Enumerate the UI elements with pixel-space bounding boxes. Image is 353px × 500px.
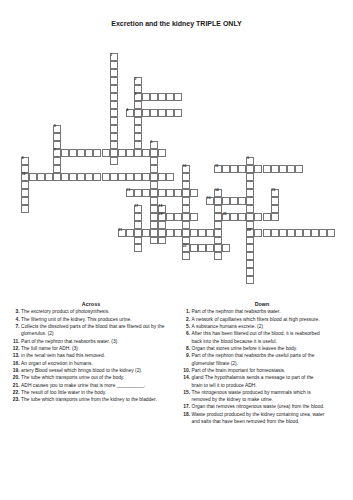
grid-cell[interactable] (166, 189, 174, 197)
grid-cell[interactable] (150, 181, 158, 189)
clue-text: The filtering unit of the kidney. This p… (21, 316, 167, 323)
clue-item: 20.The tube which transports urine out o… (6, 374, 176, 381)
clue-number: 4. (6, 316, 20, 323)
grid-cell[interactable] (206, 244, 214, 252)
grid-cell[interactable] (77, 173, 85, 181)
clue-number: 5. (178, 323, 190, 330)
clue-item: 15.The nitrogenous waste produced by mam… (178, 389, 346, 404)
grid-cell[interactable] (214, 213, 222, 221)
grid-cell[interactable] (174, 93, 182, 101)
grid-cell[interactable] (110, 85, 118, 93)
clue-number: 13. (6, 352, 20, 359)
clue-number: 16. (6, 360, 20, 367)
grid-cell[interactable] (230, 213, 238, 221)
grid-cell[interactable] (21, 189, 29, 197)
grid-cell[interactable] (198, 229, 206, 237)
grid-cell[interactable] (279, 229, 287, 237)
clue-number: 9. (178, 352, 190, 367)
clue-text: A substance humans excrete. (2) (192, 323, 326, 330)
grid-cell[interactable] (142, 149, 150, 157)
grid-cell[interactable] (110, 61, 118, 69)
grid-cell[interactable] (93, 173, 101, 181)
grid-cell[interactable] (134, 125, 142, 133)
clue-number: 6. (178, 330, 190, 345)
grid-cell[interactable] (142, 109, 150, 117)
grid-cell[interactable] (134, 189, 142, 197)
grid-cell[interactable] (214, 252, 222, 260)
grid-cell[interactable] (77, 149, 85, 157)
grid-cell[interactable] (246, 268, 254, 276)
grid-cell[interactable] (134, 117, 142, 125)
grid-cell[interactable] (126, 229, 134, 237)
grid-cell[interactable] (271, 229, 279, 237)
grid-cell[interactable] (263, 229, 271, 237)
grid-cell[interactable] (150, 229, 158, 237)
grid-cell[interactable] (263, 165, 271, 173)
grid-cell[interactable] (110, 117, 118, 125)
grid-cell[interactable] (150, 213, 158, 221)
grid-cell[interactable] (271, 205, 279, 213)
grid-cell[interactable] (150, 197, 158, 205)
clue-item: 22.The result of too little water in the… (6, 389, 176, 396)
clue-number: 12. (6, 345, 20, 352)
grid-cell[interactable] (142, 173, 150, 181)
grid-cell[interactable] (110, 173, 118, 181)
clue-number-label: 20 (223, 213, 227, 217)
clue-item: 1.Part of the nephron that reabsorbs wat… (178, 308, 346, 315)
grid-cell[interactable] (110, 77, 118, 85)
grid-cell[interactable] (327, 229, 335, 237)
grid-cell[interactable] (134, 213, 142, 221)
clue-item: 7.Collects the dissolved parts of the bl… (6, 323, 176, 338)
grid-cell[interactable] (150, 109, 158, 117)
grid-cell[interactable] (110, 101, 118, 109)
grid-cell[interactable] (29, 173, 37, 181)
grid-cell[interactable] (287, 165, 295, 173)
clue-text: The excretory product of photosynthesis. (21, 308, 167, 315)
clue-number: 7. (6, 323, 20, 338)
grid-cell[interactable] (166, 93, 174, 101)
clue-number-label: 6 (151, 141, 153, 145)
grid-cell[interactable] (158, 221, 166, 229)
grid-cell[interactable] (246, 213, 254, 221)
grid-cell[interactable] (53, 165, 61, 173)
clue-number: 14. (178, 374, 190, 389)
grid-cell[interactable] (134, 149, 142, 157)
grid-cell[interactable] (134, 109, 142, 117)
grid-cell[interactable] (182, 221, 190, 229)
clue-text: Organ that removes nitrogenous waste (ur… (192, 403, 326, 410)
clue-item: 3.The excretory product of photosynthesi… (6, 308, 176, 315)
grid-cell[interactable] (134, 244, 142, 252)
grid-cell[interactable] (142, 93, 150, 101)
grid-cell[interactable] (174, 213, 182, 221)
grid-cell[interactable] (118, 173, 126, 181)
clue-text: Part of the nephron that reabsorbs water… (192, 308, 326, 315)
grid-cell[interactable] (69, 149, 77, 157)
grid-cell[interactable] (110, 125, 118, 133)
grid-cell[interactable] (126, 173, 134, 181)
clue-item: 23.The tube which transports urine from … (6, 396, 176, 403)
clue-number-label: 14 (215, 189, 219, 193)
grid-cell[interactable] (263, 213, 271, 221)
clue-number: 20. (6, 374, 20, 381)
clue-item: 9.Part of the nephron that reabsorbs the… (178, 352, 346, 367)
grid-cell[interactable] (214, 197, 222, 205)
clue-number: 18. (178, 411, 190, 426)
grid-cell[interactable] (238, 197, 246, 205)
clue-text: Organ that stores urine before it leaves… (192, 345, 326, 352)
clue-text: The tube which transports urine out of t… (21, 374, 167, 381)
clue-text: Part of the nephron that reabsorbs water… (21, 338, 167, 345)
clue-text: Collects the dissolved parts of the bloo… (21, 323, 167, 338)
grid-cell[interactable] (214, 221, 222, 229)
clue-number: 19. (6, 367, 20, 374)
grid-cell[interactable] (85, 173, 93, 181)
grid-cell[interactable] (110, 109, 118, 117)
clue-number: 8. (178, 345, 190, 352)
clue-item: 13.in the renal vein has had this remove… (6, 352, 176, 359)
clue-number: 22. (6, 389, 20, 396)
clue-number-label: 8 (22, 157, 24, 161)
clue-item: 16.An organ of excretion in humans. (6, 360, 176, 367)
grid-cell[interactable] (206, 229, 214, 237)
grid-cell[interactable] (238, 213, 246, 221)
grid-cell[interactable] (110, 93, 118, 101)
clue-text: An organ of excretion in humans. (21, 360, 167, 367)
clue-number: 2. (178, 316, 190, 323)
grid-cell[interactable] (174, 109, 182, 117)
grid-cell[interactable] (222, 244, 230, 252)
grid-cell[interactable] (158, 189, 166, 197)
grid-cell[interactable] (182, 213, 190, 221)
grid-cell[interactable] (182, 205, 190, 213)
grid-cell[interactable] (214, 205, 222, 213)
clue-text: artery Blood vessel which brings blood t… (21, 367, 167, 374)
grid-cell[interactable] (174, 189, 182, 197)
grid-cell[interactable] (158, 109, 166, 117)
clue-item: 18.Waste product produced by the kidney … (178, 411, 346, 426)
grid-cell[interactable] (134, 221, 142, 229)
clue-number: 3. (6, 308, 20, 315)
worksheet-page: Excretion and the kidney TRIPLE ONLY 123… (0, 0, 353, 500)
grid-cell[interactable] (182, 181, 190, 189)
grid-cell[interactable] (182, 197, 190, 205)
grid-cell[interactable] (271, 213, 279, 221)
grid-cell[interactable] (102, 149, 110, 157)
clue-text: A network of capillaries which filters b… (192, 316, 326, 323)
grid-cell[interactable] (142, 229, 150, 237)
clue-item: 10.Part of the brain important for homeo… (178, 367, 346, 374)
grid-cell[interactable] (214, 237, 222, 245)
grid-cell[interactable] (246, 237, 254, 245)
clue-item: 2.A network of capillaries which filters… (178, 316, 346, 323)
clue-item: 21.ADH causes you to make urine that is … (6, 382, 176, 389)
clue-number-label: 22 (247, 229, 251, 233)
grid-cell[interactable] (254, 229, 262, 237)
grid-cell[interactable] (246, 276, 254, 284)
grid-cell[interactable] (174, 229, 182, 237)
grid-cell[interactable] (238, 165, 246, 173)
grid-cell[interactable] (279, 165, 287, 173)
clue-number-label: 21 (118, 229, 122, 233)
across-clue-list: 3.The excretory product of photosynthesi… (6, 308, 176, 403)
grid-cell[interactable] (190, 229, 198, 237)
grid-cell[interactable] (190, 189, 198, 197)
grid-cell[interactable] (158, 237, 166, 245)
grid-cell[interactable] (287, 229, 295, 237)
clue-text: Waste product produced by the kidney con… (192, 411, 326, 426)
grid-cell[interactable] (21, 205, 29, 213)
grid-cell[interactable] (182, 252, 190, 260)
clue-number: 1. (178, 308, 190, 315)
grid-cell[interactable] (254, 165, 262, 173)
grid-cell[interactable] (134, 229, 142, 237)
grid-cell[interactable] (190, 213, 198, 221)
grid-cell[interactable] (150, 205, 158, 213)
clue-section: Across 3.The excretory product of photos… (0, 301, 353, 425)
across-clues-column: Across 3.The excretory product of photos… (6, 301, 176, 425)
down-header: Down (178, 301, 346, 308)
grid-cell[interactable] (222, 165, 230, 173)
clue-number: 10. (178, 367, 190, 374)
clue-number-label: 18 (159, 205, 163, 209)
grid-cell[interactable] (150, 237, 158, 245)
grid-cell[interactable] (37, 173, 45, 181)
clue-number-label: 13 (126, 189, 130, 193)
crossword-grid: 1234567891011121314151617181920212223 (0, 0, 353, 300)
clue-text: Part of the nephron that reabsorbs the u… (192, 352, 326, 367)
grid-cell[interactable] (295, 165, 303, 173)
grid-cell[interactable] (45, 173, 53, 181)
grid-cell[interactable] (271, 197, 279, 205)
grid-cell[interactable] (222, 197, 230, 205)
grid-cell[interactable] (53, 133, 61, 141)
clue-number-label: 3 (134, 93, 136, 97)
grid-cell[interactable] (21, 181, 29, 189)
clue-item: 5.A substance humans excrete. (2) (178, 323, 346, 330)
clue-text: The tube which transports urine from the… (21, 396, 167, 403)
grid-cell[interactable] (254, 213, 262, 221)
grid-cell[interactable] (53, 173, 61, 181)
clue-number-label: 19 (159, 213, 163, 217)
clue-item: 6.After this has been filtered out of th… (178, 330, 346, 345)
grid-cell[interactable] (158, 93, 166, 101)
grid-cell[interactable] (134, 101, 142, 109)
grid-cell[interactable] (142, 189, 150, 197)
clue-number-label: 5 (54, 125, 56, 129)
clue-number: 11. (6, 338, 20, 345)
grid-cell[interactable] (134, 133, 142, 141)
grid-cell[interactable] (311, 229, 319, 237)
grid-cell[interactable] (158, 173, 166, 181)
grid-cell[interactable] (246, 181, 254, 189)
grid-cell[interactable] (150, 221, 158, 229)
clue-number: 17. (178, 403, 190, 410)
grid-cell[interactable] (246, 205, 254, 213)
grid-cell[interactable] (150, 173, 158, 181)
clue-number: 23. (6, 396, 20, 403)
grid-cell[interactable] (158, 149, 166, 157)
clue-item: 11.Part of the nephron that reabsorbs wa… (6, 338, 176, 345)
clue-number-label: 2 (134, 78, 136, 82)
down-clue-list: 1.Part of the nephron that reabsorbs wat… (178, 308, 346, 425)
grid-cell[interactable] (110, 141, 118, 149)
grid-cell[interactable] (230, 197, 238, 205)
clue-number-label: 16 (207, 197, 211, 201)
clue-text: The result of too little water in the bo… (21, 389, 167, 396)
clue-number-label: 12 (22, 173, 26, 177)
clue-number-label: 7 (54, 149, 56, 153)
grid-cell[interactable] (319, 229, 327, 237)
grid-cell[interactable] (230, 165, 238, 173)
grid-cell[interactable] (182, 229, 190, 237)
grid-cell[interactable] (246, 244, 254, 252)
grid-cell[interactable] (134, 237, 142, 245)
grid-cell[interactable] (166, 229, 174, 237)
grid-cell[interactable] (134, 173, 142, 181)
grid-cell[interactable] (246, 165, 254, 173)
clue-number-label: 4 (126, 109, 128, 113)
grid-cell[interactable] (61, 173, 69, 181)
grid-cell[interactable] (110, 149, 118, 157)
clue-text: The full name for ADH. (3) (21, 345, 167, 352)
clue-item: 4.The filtering unit of the kidney. This… (6, 316, 176, 323)
grid-cell[interactable] (110, 69, 118, 77)
clue-item: 14.gland The hypothalamus sends a messag… (178, 374, 346, 389)
grid-cell[interactable] (102, 173, 110, 181)
clue-text: The nitrogenous waste produced by mammal… (192, 389, 326, 404)
grid-cell[interactable] (166, 213, 174, 221)
grid-cell[interactable] (166, 109, 174, 117)
grid-cell[interactable] (150, 165, 158, 173)
clue-item: 19.artery Blood vessel which brings bloo… (6, 367, 176, 374)
clue-number-label: 17 (134, 205, 138, 209)
grid-cell[interactable] (110, 133, 118, 141)
down-clues-column: Down 1.Part of the nephron that reabsorb… (178, 301, 346, 425)
clue-number-label: 23 (183, 245, 187, 249)
grid-cell[interactable] (214, 229, 222, 237)
clue-item: 17.Organ that removes nitrogenous waste … (178, 403, 346, 410)
grid-cell[interactable] (110, 157, 118, 165)
clue-number-label: 11 (215, 165, 219, 169)
grid-cell[interactable] (85, 149, 93, 157)
grid-cell[interactable] (158, 229, 166, 237)
grid-cell[interactable] (246, 173, 254, 181)
grid-cell[interactable] (246, 197, 254, 205)
clue-number: 15. (178, 389, 190, 404)
across-header: Across (6, 301, 176, 308)
grid-cell[interactable] (150, 157, 158, 165)
grid-cell[interactable] (150, 189, 158, 197)
grid-cell[interactable] (134, 141, 142, 149)
grid-cell[interactable] (21, 197, 29, 205)
grid-cell[interactable] (214, 244, 222, 252)
grid-cell[interactable] (295, 229, 303, 237)
grid-cell[interactable] (61, 149, 69, 157)
clue-text: ADH causes you to make urine that is mor… (21, 382, 167, 389)
grid-cell[interactable] (271, 165, 279, 173)
grid-cell[interactable] (69, 173, 77, 181)
clue-text: in the renal vein has had this removed. (21, 352, 167, 359)
clue-text: Part of the brain important for homeosta… (192, 367, 326, 374)
grid-cell[interactable] (198, 244, 206, 252)
grid-cell[interactable] (126, 149, 134, 157)
clue-number-label: 1 (110, 54, 112, 58)
grid-cell[interactable] (166, 173, 174, 181)
clue-item: 12.The full name for ADH. (3) (6, 345, 176, 352)
grid-cell[interactable] (190, 244, 198, 252)
clue-number-label: 15 (271, 189, 275, 193)
clue-text: After this has been filtered out of the … (192, 330, 326, 345)
grid-cell[interactable] (53, 157, 61, 165)
grid-cell[interactable] (246, 252, 254, 260)
grid-cell[interactable] (246, 189, 254, 197)
grid-cell[interactable] (182, 173, 190, 181)
grid-cell[interactable] (118, 149, 126, 157)
clue-text: gland The hypothalamus sends a message t… (192, 374, 326, 389)
clue-item: 8.Organ that stores urine before it leav… (178, 345, 346, 352)
grid-cell[interactable] (303, 229, 311, 237)
clue-number-label: 10 (183, 165, 187, 169)
grid-cell[interactable] (93, 149, 101, 157)
grid-cell[interactable] (182, 189, 190, 197)
grid-cell[interactable] (150, 149, 158, 157)
grid-cell[interactable] (246, 260, 254, 268)
clue-number: 21. (6, 382, 20, 389)
grid-cell[interactable] (150, 93, 158, 101)
clue-number-label: 9 (247, 157, 249, 161)
